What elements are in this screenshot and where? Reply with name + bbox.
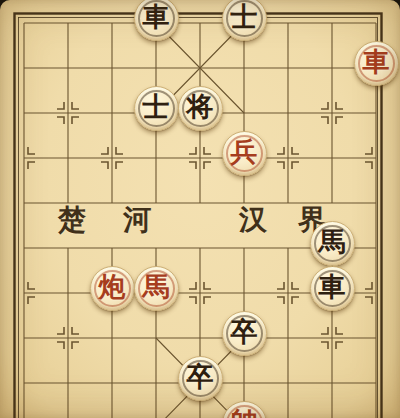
piece-red-horse[interactable]: 馬: [134, 266, 179, 311]
piece-black-chariot-a[interactable]: 車: [134, 0, 179, 41]
piece-glyph: 車: [363, 49, 390, 76]
piece-red-soldier[interactable]: 兵: [222, 131, 267, 176]
board-grid[interactable]: 車士車士将兵馬炮馬車卒卒帥: [2, 0, 398, 418]
piece-red-cannon[interactable]: 炮: [90, 266, 135, 311]
xiangqi-board-screen: 楚 河 汉 界 車士車士将兵馬炮馬車卒卒帥: [0, 0, 400, 418]
piece-glyph: 士: [143, 94, 170, 121]
piece-glyph: 卒: [187, 364, 214, 391]
piece-glyph: 馬: [143, 274, 170, 301]
piece-black-chariot-b[interactable]: 車: [310, 266, 355, 311]
piece-black-advisor-a[interactable]: 士: [222, 0, 267, 41]
piece-glyph: 将: [187, 94, 214, 121]
piece-glyph: 卒: [231, 319, 258, 346]
piece-black-horse[interactable]: 馬: [310, 221, 355, 266]
piece-black-soldier-a[interactable]: 卒: [222, 311, 267, 356]
piece-glyph: 車: [319, 274, 346, 301]
piece-glyph: 馬: [319, 229, 346, 256]
piece-black-advisor-b[interactable]: 士: [134, 86, 179, 131]
piece-red-chariot[interactable]: 車: [354, 41, 399, 86]
piece-black-soldier-b[interactable]: 卒: [178, 356, 223, 401]
piece-red-general[interactable]: 帥: [222, 401, 267, 418]
piece-glyph: 車: [143, 4, 170, 31]
piece-glyph: 兵: [231, 139, 258, 166]
piece-glyph: 帥: [231, 409, 258, 418]
piece-black-general[interactable]: 将: [178, 86, 223, 131]
piece-glyph: 士: [231, 4, 258, 31]
piece-glyph: 炮: [99, 274, 126, 301]
